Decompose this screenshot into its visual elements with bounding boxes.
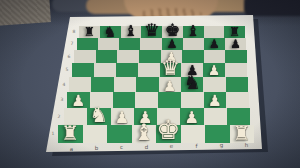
square-d3 xyxy=(135,92,158,108)
rank-row-3: ♟♟ xyxy=(67,92,249,108)
rank-label-8: 8 xyxy=(73,30,76,35)
square-f1 xyxy=(181,125,206,143)
file-label-e: e xyxy=(170,144,173,150)
rank-label-5: 5 xyxy=(66,68,69,73)
square-c5 xyxy=(116,63,138,77)
rank-label-3: 3 xyxy=(61,98,64,103)
rank-row-8: ♜♞♝♛♚♝♜ xyxy=(79,26,245,38)
square-f2: ♟ xyxy=(180,108,203,125)
white-pawn: ♟ xyxy=(72,94,86,109)
square-b1 xyxy=(83,125,108,143)
file-label-d: d xyxy=(145,145,149,151)
square-h7: ♟ xyxy=(225,38,246,50)
black-pawn: ♟ xyxy=(186,64,198,78)
white-pawn: ♟ xyxy=(185,110,200,126)
square-c2: ♟ xyxy=(111,108,134,125)
square-d5 xyxy=(138,63,160,77)
square-c3 xyxy=(113,92,136,108)
square-g8 xyxy=(204,26,225,38)
square-h8: ♜ xyxy=(224,26,245,38)
square-a1: ♜ xyxy=(58,125,83,143)
rank-row-2: ♞♟♟♟ xyxy=(64,108,250,125)
square-d2: ♟ xyxy=(134,108,157,125)
square-h4 xyxy=(226,77,248,92)
square-f6 xyxy=(182,50,204,63)
square-d8: ♛ xyxy=(141,26,162,38)
square-f3 xyxy=(181,92,204,108)
square-b4 xyxy=(91,77,113,92)
square-h3 xyxy=(226,92,249,108)
square-g6 xyxy=(204,50,226,63)
square-c8: ♝ xyxy=(121,26,142,38)
square-c6 xyxy=(117,50,139,63)
square-b6 xyxy=(96,50,118,63)
square-b8: ♞ xyxy=(100,26,121,38)
square-a2 xyxy=(64,108,87,125)
black-knight: ♞ xyxy=(184,74,201,93)
square-g7: ♟ xyxy=(204,38,225,50)
square-e1: ♚ xyxy=(156,125,181,143)
square-h5 xyxy=(225,63,247,77)
rank-row-5: ♛♟♟ xyxy=(72,63,247,77)
file-label-g: g xyxy=(220,143,224,149)
rank-label-1: 1 xyxy=(52,132,55,137)
white-pawn: ♟ xyxy=(208,64,220,78)
rank-row-4: ♟♞ xyxy=(69,77,248,92)
white-rook: ♜ xyxy=(233,124,251,144)
file-label-h: h xyxy=(245,143,249,149)
square-h1: ♜ xyxy=(230,125,255,143)
square-d6 xyxy=(139,50,161,63)
rank-label-4: 4 xyxy=(63,83,66,88)
black-bishop: ♝ xyxy=(187,24,200,39)
square-g1 xyxy=(205,125,230,143)
white-bishop: ♝ xyxy=(134,121,154,144)
file-label-f: f xyxy=(196,144,198,150)
square-e7: ♟ xyxy=(162,38,183,50)
video-frame: ♜♞♝♛♚♝♜♟♟♟♟♛♟♟♟♞♟♟♞♟♟♟♜♝♚♜abcdefgh123456… xyxy=(0,0,300,168)
square-g4 xyxy=(203,77,225,92)
square-e6: ♟ xyxy=(161,50,183,63)
square-g3: ♟ xyxy=(204,92,227,108)
rank-row-1: ♜♝♚♜ xyxy=(58,125,254,143)
white-pawn: ♟ xyxy=(208,94,222,109)
square-c4 xyxy=(114,77,136,92)
file-label-b: b xyxy=(95,146,99,152)
square-h6 xyxy=(225,50,247,63)
square-a8: ♜ xyxy=(79,26,100,38)
rank-label-2: 2 xyxy=(58,115,61,120)
square-a7 xyxy=(77,38,98,50)
square-c1 xyxy=(107,125,132,143)
square-e3 xyxy=(158,92,181,108)
white-pawn: ♟ xyxy=(138,110,153,126)
file-label-c: c xyxy=(120,145,123,151)
white-pawn: ♟ xyxy=(115,110,130,126)
square-b3 xyxy=(90,92,113,108)
rank-label-7: 7 xyxy=(71,42,74,47)
square-d4 xyxy=(136,77,158,92)
square-d7 xyxy=(140,38,161,50)
square-f8: ♝ xyxy=(183,26,204,38)
white-rook: ♜ xyxy=(61,124,79,144)
square-f4: ♞ xyxy=(181,77,203,92)
square-e4: ♟ xyxy=(159,77,181,92)
black-knight: ♞ xyxy=(104,25,117,39)
square-g2 xyxy=(204,108,227,125)
rank-row-7: ♟♟♟ xyxy=(77,38,246,50)
rank-row-6: ♟ xyxy=(74,50,247,63)
square-g5: ♟ xyxy=(203,63,225,77)
square-c7 xyxy=(119,38,140,50)
square-h2 xyxy=(227,108,250,125)
white-pawn: ♟ xyxy=(163,79,176,93)
square-f7 xyxy=(183,38,204,50)
square-f5: ♟ xyxy=(181,63,203,77)
square-b7 xyxy=(98,38,119,50)
black-bishop: ♝ xyxy=(124,24,137,39)
square-e8: ♚ xyxy=(162,26,183,38)
rank-label-6: 6 xyxy=(68,55,71,60)
square-e5: ♛ xyxy=(160,63,182,77)
instructor-right-sleeve xyxy=(244,0,300,16)
square-e2 xyxy=(157,108,180,125)
square-b5 xyxy=(94,63,116,77)
square-b2: ♞ xyxy=(87,108,110,125)
carpet-texture xyxy=(0,0,51,26)
square-a6 xyxy=(74,50,96,63)
square-a3: ♟ xyxy=(67,92,90,108)
square-d1: ♝ xyxy=(132,125,157,143)
square-a4 xyxy=(69,77,91,92)
white-knight: ♞ xyxy=(90,105,109,126)
square-a5 xyxy=(72,63,94,77)
file-label-a: a xyxy=(70,147,73,153)
